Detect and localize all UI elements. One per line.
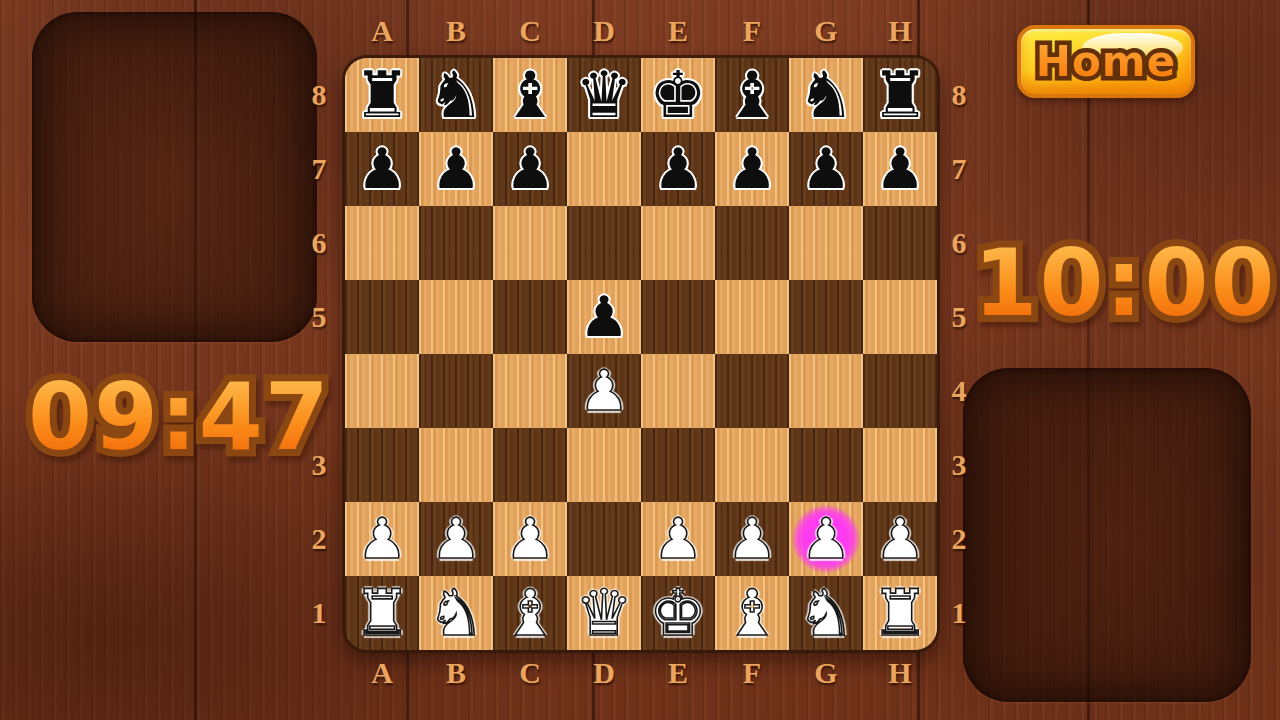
square-a1[interactable]: ♜	[345, 576, 419, 650]
piece-white-pawn-d4[interactable]: ♟	[579, 363, 629, 419]
piece-white-bishop-c1[interactable]: ♝	[501, 581, 558, 645]
rank-label-right-3: 3	[938, 428, 980, 502]
file-label-top-g: G	[789, 10, 863, 52]
piece-white-pawn-a2[interactable]: ♟	[357, 511, 407, 567]
square-h6[interactable]	[863, 206, 937, 280]
square-d5[interactable]: ♟	[567, 280, 641, 354]
square-g8[interactable]: ♞	[789, 58, 863, 132]
black-timer: 10:00 10:00	[965, 232, 1280, 342]
square-f6[interactable]	[715, 206, 789, 280]
square-a7[interactable]: ♟	[345, 132, 419, 206]
file-label-top-h: H	[863, 10, 937, 52]
square-b2[interactable]: ♟	[419, 502, 493, 576]
square-e4[interactable]	[641, 354, 715, 428]
rank-label-left-1: 1	[298, 576, 340, 650]
piece-black-pawn-f7[interactable]: ♟	[727, 141, 777, 197]
file-label-top-a: A	[345, 10, 419, 52]
piece-white-rook-a1[interactable]: ♜	[353, 581, 410, 645]
square-c1[interactable]: ♝	[493, 576, 567, 650]
square-b1[interactable]: ♞	[419, 576, 493, 650]
file-label-bottom-e: E	[641, 652, 715, 694]
home-button[interactable]: Home Home	[1017, 25, 1195, 98]
square-b4[interactable]	[419, 354, 493, 428]
square-a3[interactable]	[345, 428, 419, 502]
rank-label-right-7: 7	[938, 132, 980, 206]
captured-pieces-tray-left	[32, 12, 317, 342]
square-g2[interactable]: ♟	[789, 502, 863, 576]
square-e7[interactable]: ♟	[641, 132, 715, 206]
file-label-top-d: D	[567, 10, 641, 52]
square-h1[interactable]: ♜	[863, 576, 937, 650]
rank-label-left-8: 8	[298, 58, 340, 132]
file-label-bottom-f: F	[715, 652, 789, 694]
square-c6[interactable]	[493, 206, 567, 280]
piece-black-pawn-b7[interactable]: ♟	[431, 141, 481, 197]
square-c2[interactable]: ♟	[493, 502, 567, 576]
file-label-bottom-d: D	[567, 652, 641, 694]
piece-black-rook-h8[interactable]: ♜	[871, 63, 928, 127]
home-button-label: Home	[1021, 29, 1191, 95]
square-d4[interactable]: ♟	[567, 354, 641, 428]
rank-label-left-7: 7	[298, 132, 340, 206]
square-g6[interactable]	[789, 206, 863, 280]
square-f8[interactable]: ♝	[715, 58, 789, 132]
rank-label-right-1: 1	[938, 576, 980, 650]
piece-black-pawn-a7[interactable]: ♟	[357, 141, 407, 197]
square-b8[interactable]: ♞	[419, 58, 493, 132]
piece-white-pawn-c2[interactable]: ♟	[505, 511, 555, 567]
square-d7[interactable]	[567, 132, 641, 206]
piece-black-knight-b8[interactable]: ♞	[427, 63, 484, 127]
rank-label-left-5: 5	[298, 280, 340, 354]
square-h3[interactable]	[863, 428, 937, 502]
square-a6[interactable]	[345, 206, 419, 280]
square-h8[interactable]: ♜	[863, 58, 937, 132]
piece-black-pawn-e7[interactable]: ♟	[653, 141, 703, 197]
piece-white-pawn-f2[interactable]: ♟	[727, 511, 777, 567]
square-a2[interactable]: ♟	[345, 502, 419, 576]
piece-white-knight-g1[interactable]: ♞	[797, 581, 854, 645]
piece-white-bishop-f1[interactable]: ♝	[723, 581, 780, 645]
square-g1[interactable]: ♞	[789, 576, 863, 650]
square-a5[interactable]	[345, 280, 419, 354]
piece-black-pawn-d5[interactable]: ♟	[579, 289, 629, 345]
piece-white-knight-b1[interactable]: ♞	[427, 581, 484, 645]
square-b6[interactable]	[419, 206, 493, 280]
file-label-top-e: E	[641, 10, 715, 52]
square-f1[interactable]: ♝	[715, 576, 789, 650]
file-label-bottom-b: B	[419, 652, 493, 694]
game-screen: ♜♞♝♛♚♝♞♜♟♟♟♟♟♟♟♟♟♟♟♟♟♟♟♟♜♞♝♛♚♝♞♜ AABBCCD…	[0, 0, 1280, 720]
piece-black-pawn-g7[interactable]: ♟	[801, 141, 851, 197]
piece-white-rook-h1[interactable]: ♜	[871, 581, 928, 645]
piece-black-queen-d8[interactable]: ♛	[575, 63, 632, 127]
piece-black-bishop-f8[interactable]: ♝	[723, 63, 780, 127]
rank-label-right-8: 8	[938, 58, 980, 132]
piece-black-king-e8[interactable]: ♚	[649, 63, 706, 127]
square-b7[interactable]: ♟	[419, 132, 493, 206]
square-g3[interactable]	[789, 428, 863, 502]
square-c8[interactable]: ♝	[493, 58, 567, 132]
square-d1[interactable]: ♛	[567, 576, 641, 650]
file-label-bottom-h: H	[863, 652, 937, 694]
piece-white-king-e1[interactable]: ♚	[649, 581, 706, 645]
piece-black-pawn-c7[interactable]: ♟	[505, 141, 555, 197]
square-b3[interactable]	[419, 428, 493, 502]
square-a4[interactable]	[345, 354, 419, 428]
square-g4[interactable]	[789, 354, 863, 428]
chess-board: ♜♞♝♛♚♝♞♜♟♟♟♟♟♟♟♟♟♟♟♟♟♟♟♟♜♞♝♛♚♝♞♜	[345, 58, 937, 650]
square-e1[interactable]: ♚	[641, 576, 715, 650]
square-b5[interactable]	[419, 280, 493, 354]
white-timer-text: 09:47	[28, 366, 328, 470]
piece-white-queen-d1[interactable]: ♛	[575, 581, 632, 645]
square-d6[interactable]	[567, 206, 641, 280]
piece-white-pawn-h2[interactable]: ♟	[875, 511, 925, 567]
square-e5[interactable]	[641, 280, 715, 354]
file-label-bottom-a: A	[345, 652, 419, 694]
file-label-top-f: F	[715, 10, 789, 52]
square-d3[interactable]	[567, 428, 641, 502]
square-f3[interactable]	[715, 428, 789, 502]
rank-label-left-2: 2	[298, 502, 340, 576]
square-e3[interactable]	[641, 428, 715, 502]
square-c4[interactable]	[493, 354, 567, 428]
piece-white-pawn-b2[interactable]: ♟	[431, 511, 481, 567]
square-f4[interactable]	[715, 354, 789, 428]
file-label-bottom-g: G	[789, 652, 863, 694]
square-c3[interactable]	[493, 428, 567, 502]
square-f2[interactable]: ♟	[715, 502, 789, 576]
square-h2[interactable]: ♟	[863, 502, 937, 576]
black-timer-text: 10:00	[965, 232, 1280, 336]
piece-black-rook-a8[interactable]: ♜	[353, 63, 410, 127]
square-c7[interactable]: ♟	[493, 132, 567, 206]
square-d2[interactable]	[567, 502, 641, 576]
rank-label-left-6: 6	[298, 206, 340, 280]
rank-label-right-4: 4	[938, 354, 980, 428]
square-h7[interactable]: ♟	[863, 132, 937, 206]
piece-black-bishop-c8[interactable]: ♝	[501, 63, 558, 127]
square-h5[interactable]	[863, 280, 937, 354]
square-d8[interactable]: ♛	[567, 58, 641, 132]
piece-black-knight-g8[interactable]: ♞	[797, 63, 854, 127]
square-e2[interactable]: ♟	[641, 502, 715, 576]
square-g7[interactable]: ♟	[789, 132, 863, 206]
piece-white-pawn-e2[interactable]: ♟	[653, 511, 703, 567]
square-a8[interactable]: ♜	[345, 58, 419, 132]
square-e8[interactable]: ♚	[641, 58, 715, 132]
file-label-top-c: C	[493, 10, 567, 52]
white-timer: 09:47 09:47	[28, 366, 328, 476]
file-label-top-b: B	[419, 10, 493, 52]
captured-pieces-tray-right	[963, 368, 1251, 702]
square-e6[interactable]	[641, 206, 715, 280]
piece-white-pawn-g2[interactable]: ♟	[801, 511, 851, 567]
square-f7[interactable]: ♟	[715, 132, 789, 206]
square-g5[interactable]	[789, 280, 863, 354]
square-c5[interactable]	[493, 280, 567, 354]
square-h4[interactable]	[863, 354, 937, 428]
piece-black-pawn-h7[interactable]: ♟	[875, 141, 925, 197]
rank-label-right-2: 2	[938, 502, 980, 576]
square-f5[interactable]	[715, 280, 789, 354]
file-label-bottom-c: C	[493, 652, 567, 694]
